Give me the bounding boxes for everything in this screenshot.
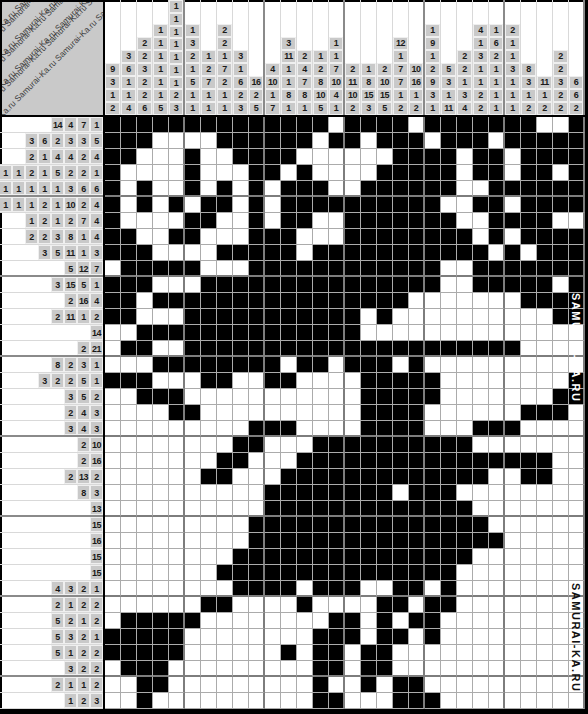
- board-cell[interactable]: [217, 565, 233, 581]
- board-cell[interactable]: [265, 629, 281, 645]
- board-cell[interactable]: [329, 405, 345, 421]
- board-cell[interactable]: [105, 629, 121, 645]
- board-cell[interactable]: [553, 341, 569, 357]
- board-cell[interactable]: [313, 213, 329, 229]
- board-cell[interactable]: [185, 165, 201, 181]
- board-cell[interactable]: [281, 293, 297, 309]
- board-cell[interactable]: [441, 229, 457, 245]
- board-cell[interactable]: [377, 533, 393, 549]
- board-cell[interactable]: [105, 197, 121, 213]
- board-cell[interactable]: [489, 421, 505, 437]
- board-cell[interactable]: [137, 581, 153, 597]
- board-cell[interactable]: [409, 693, 425, 709]
- board-cell[interactable]: [265, 149, 281, 165]
- board-cell[interactable]: [409, 133, 425, 149]
- board-cell[interactable]: [313, 117, 329, 133]
- board-cell[interactable]: [281, 453, 297, 469]
- board-cell[interactable]: [169, 389, 185, 405]
- board-cell[interactable]: [393, 485, 409, 501]
- board-cell[interactable]: [457, 437, 473, 453]
- board-cell[interactable]: [553, 629, 569, 645]
- board-cell[interactable]: [185, 693, 201, 709]
- board-cell[interactable]: [105, 309, 121, 325]
- board-cell[interactable]: [441, 517, 457, 533]
- board-cell[interactable]: [361, 213, 377, 229]
- board-cell[interactable]: [377, 357, 393, 373]
- board-cell[interactable]: [105, 373, 121, 389]
- board-cell[interactable]: [505, 613, 521, 629]
- board-cell[interactable]: [521, 293, 537, 309]
- board-cell[interactable]: [153, 373, 169, 389]
- board-cell[interactable]: [265, 213, 281, 229]
- board-cell[interactable]: [553, 261, 569, 277]
- board-cell[interactable]: [425, 181, 441, 197]
- board-cell[interactable]: [489, 277, 505, 293]
- board-cell[interactable]: [393, 581, 409, 597]
- board-cell[interactable]: [521, 261, 537, 277]
- board-cell[interactable]: [409, 373, 425, 389]
- board-cell[interactable]: [457, 309, 473, 325]
- board-cell[interactable]: [265, 293, 281, 309]
- board-cell[interactable]: [505, 421, 521, 437]
- board-cell[interactable]: [377, 677, 393, 693]
- board-cell[interactable]: [361, 133, 377, 149]
- board-cell[interactable]: [201, 661, 217, 677]
- board-cell[interactable]: [265, 325, 281, 341]
- board-cell[interactable]: [297, 437, 313, 453]
- board-cell[interactable]: [297, 133, 313, 149]
- board-cell[interactable]: [121, 245, 137, 261]
- board-cell[interactable]: [441, 501, 457, 517]
- board-cell[interactable]: [313, 581, 329, 597]
- board-cell[interactable]: [329, 645, 345, 661]
- board-cell[interactable]: [409, 677, 425, 693]
- board-cell[interactable]: [249, 373, 265, 389]
- board-cell[interactable]: [425, 213, 441, 229]
- board-cell[interactable]: [361, 149, 377, 165]
- board-cell[interactable]: [265, 533, 281, 549]
- board-cell[interactable]: [265, 453, 281, 469]
- board-cell[interactable]: [441, 357, 457, 373]
- board-cell[interactable]: [489, 485, 505, 501]
- board-cell[interactable]: [329, 373, 345, 389]
- board-cell[interactable]: [121, 117, 137, 133]
- board-cell[interactable]: [217, 613, 233, 629]
- board-cell[interactable]: [137, 213, 153, 229]
- board-cell[interactable]: [185, 373, 201, 389]
- board-cell[interactable]: [425, 197, 441, 213]
- board-cell[interactable]: [457, 453, 473, 469]
- board-cell[interactable]: [457, 181, 473, 197]
- board-cell[interactable]: [105, 117, 121, 133]
- board-cell[interactable]: [137, 597, 153, 613]
- board-cell[interactable]: [233, 677, 249, 693]
- board-cell[interactable]: [505, 117, 521, 133]
- board-cell[interactable]: [105, 277, 121, 293]
- board-cell[interactable]: [441, 549, 457, 565]
- board-cell[interactable]: [137, 181, 153, 197]
- board-cell[interactable]: [409, 197, 425, 213]
- board-cell[interactable]: [505, 245, 521, 261]
- board-cell[interactable]: [425, 117, 441, 133]
- board-cell[interactable]: [313, 629, 329, 645]
- board-cell[interactable]: [521, 165, 537, 181]
- board-cell[interactable]: [313, 469, 329, 485]
- board-cell[interactable]: [153, 517, 169, 533]
- board-cell[interactable]: [169, 245, 185, 261]
- board-cell[interactable]: [233, 341, 249, 357]
- board-cell[interactable]: [345, 645, 361, 661]
- board-cell[interactable]: [441, 581, 457, 597]
- board-cell[interactable]: [345, 117, 361, 133]
- board-cell[interactable]: [473, 213, 489, 229]
- board-cell[interactable]: [409, 261, 425, 277]
- board-cell[interactable]: [361, 405, 377, 421]
- board-cell[interactable]: [217, 629, 233, 645]
- board-cell[interactable]: [153, 389, 169, 405]
- board-cell[interactable]: [393, 229, 409, 245]
- board-cell[interactable]: [537, 565, 553, 581]
- board-cell[interactable]: [281, 693, 297, 709]
- board-cell[interactable]: [521, 309, 537, 325]
- board-cell[interactable]: [425, 149, 441, 165]
- board-cell[interactable]: [265, 405, 281, 421]
- board-cell[interactable]: [201, 549, 217, 565]
- board-cell[interactable]: [233, 693, 249, 709]
- board-cell[interactable]: [249, 133, 265, 149]
- board-cell[interactable]: [361, 197, 377, 213]
- board-cell[interactable]: [121, 613, 137, 629]
- board-cell[interactable]: [537, 293, 553, 309]
- board-cell[interactable]: [393, 597, 409, 613]
- board-cell[interactable]: [553, 693, 569, 709]
- board-cell[interactable]: [457, 597, 473, 613]
- board-cell[interactable]: [105, 437, 121, 453]
- board-cell[interactable]: [425, 165, 441, 181]
- board-cell[interactable]: [393, 645, 409, 661]
- board-cell[interactable]: [409, 293, 425, 309]
- board-cell[interactable]: [345, 181, 361, 197]
- board-cell[interactable]: [425, 357, 441, 373]
- board-cell[interactable]: [409, 325, 425, 341]
- board-cell[interactable]: [345, 389, 361, 405]
- board-cell[interactable]: [569, 133, 585, 149]
- board-cell[interactable]: [153, 485, 169, 501]
- board-cell[interactable]: [281, 501, 297, 517]
- board-cell[interactable]: [409, 485, 425, 501]
- board-cell[interactable]: [185, 597, 201, 613]
- board-cell[interactable]: [217, 693, 233, 709]
- board-cell[interactable]: [233, 197, 249, 213]
- board-cell[interactable]: [361, 613, 377, 629]
- board-cell[interactable]: [505, 597, 521, 613]
- board-cell[interactable]: [233, 565, 249, 581]
- board-cell[interactable]: [457, 261, 473, 277]
- board-cell[interactable]: [345, 501, 361, 517]
- board-cell[interactable]: [569, 277, 585, 293]
- board-cell[interactable]: [153, 197, 169, 213]
- board-cell[interactable]: [457, 517, 473, 533]
- board-cell[interactable]: [249, 629, 265, 645]
- board-cell[interactable]: [473, 325, 489, 341]
- board-cell[interactable]: [521, 405, 537, 421]
- board-cell[interactable]: [249, 245, 265, 261]
- board-cell[interactable]: [505, 309, 521, 325]
- board-cell[interactable]: [297, 597, 313, 613]
- board-cell[interactable]: [425, 565, 441, 581]
- board-cell[interactable]: [169, 517, 185, 533]
- board-cell[interactable]: [489, 133, 505, 149]
- board-cell[interactable]: [377, 133, 393, 149]
- board-cell[interactable]: [489, 197, 505, 213]
- board-cell[interactable]: [569, 533, 585, 549]
- board-cell[interactable]: [169, 597, 185, 613]
- board-cell[interactable]: [249, 357, 265, 373]
- board-cell[interactable]: [233, 469, 249, 485]
- board-cell[interactable]: [345, 277, 361, 293]
- board-cell[interactable]: [521, 469, 537, 485]
- board-cell[interactable]: [297, 165, 313, 181]
- board-cell[interactable]: [409, 309, 425, 325]
- board-cell[interactable]: [121, 309, 137, 325]
- board-cell[interactable]: [457, 661, 473, 677]
- board-cell[interactable]: [393, 341, 409, 357]
- board-cell[interactable]: [441, 469, 457, 485]
- board-cell[interactable]: [537, 373, 553, 389]
- board-cell[interactable]: [105, 133, 121, 149]
- board-cell[interactable]: [441, 325, 457, 341]
- board-cell[interactable]: [233, 517, 249, 533]
- board-cell[interactable]: [313, 613, 329, 629]
- board-cell[interactable]: [473, 373, 489, 389]
- board-cell[interactable]: [553, 373, 569, 389]
- board-cell[interactable]: [265, 133, 281, 149]
- board-cell[interactable]: [265, 421, 281, 437]
- board-cell[interactable]: [137, 469, 153, 485]
- board-cell[interactable]: [553, 597, 569, 613]
- board-cell[interactable]: [425, 693, 441, 709]
- board-cell[interactable]: [265, 261, 281, 277]
- board-cell[interactable]: [137, 501, 153, 517]
- board-cell[interactable]: [105, 469, 121, 485]
- board-cell[interactable]: [425, 245, 441, 261]
- board-cell[interactable]: [553, 613, 569, 629]
- board-cell[interactable]: [345, 661, 361, 677]
- board-cell[interactable]: [105, 341, 121, 357]
- board-cell[interactable]: [505, 197, 521, 213]
- board-cell[interactable]: [153, 117, 169, 133]
- board-cell[interactable]: [553, 357, 569, 373]
- board-cell[interactable]: [521, 181, 537, 197]
- board-cell[interactable]: [169, 149, 185, 165]
- board-cell[interactable]: [457, 133, 473, 149]
- board-cell[interactable]: [137, 277, 153, 293]
- board-cell[interactable]: [201, 485, 217, 501]
- board-cell[interactable]: [153, 453, 169, 469]
- board-cell[interactable]: [297, 629, 313, 645]
- board-cell[interactable]: [489, 261, 505, 277]
- board-cell[interactable]: [265, 437, 281, 453]
- board-cell[interactable]: [281, 325, 297, 341]
- board-cell[interactable]: [569, 245, 585, 261]
- board-cell[interactable]: [441, 181, 457, 197]
- board-cell[interactable]: [153, 325, 169, 341]
- board-cell[interactable]: [313, 325, 329, 341]
- board-cell[interactable]: [377, 245, 393, 261]
- board-cell[interactable]: [201, 261, 217, 277]
- board-cell[interactable]: [153, 565, 169, 581]
- board-cell[interactable]: [377, 597, 393, 613]
- board-cell[interactable]: [393, 181, 409, 197]
- board-cell[interactable]: [377, 197, 393, 213]
- board-cell[interactable]: [537, 597, 553, 613]
- board-cell[interactable]: [313, 261, 329, 277]
- board-cell[interactable]: [457, 485, 473, 501]
- board-cell[interactable]: [297, 661, 313, 677]
- board-cell[interactable]: [489, 533, 505, 549]
- board-cell[interactable]: [297, 693, 313, 709]
- board-cell[interactable]: [313, 309, 329, 325]
- board-cell[interactable]: [473, 501, 489, 517]
- board-cell[interactable]: [105, 325, 121, 341]
- board-cell[interactable]: [169, 469, 185, 485]
- board-cell[interactable]: [409, 245, 425, 261]
- board-cell[interactable]: [473, 229, 489, 245]
- board-cell[interactable]: [105, 485, 121, 501]
- board-cell[interactable]: [265, 485, 281, 501]
- board-cell[interactable]: [537, 421, 553, 437]
- board-cell[interactable]: [441, 149, 457, 165]
- board-cell[interactable]: [297, 213, 313, 229]
- board-cell[interactable]: [137, 245, 153, 261]
- board-cell[interactable]: [489, 341, 505, 357]
- board-cell[interactable]: [297, 581, 313, 597]
- board-cell[interactable]: [281, 277, 297, 293]
- board-cell[interactable]: [409, 421, 425, 437]
- board-cell[interactable]: [473, 357, 489, 373]
- board-cell[interactable]: [553, 277, 569, 293]
- board-cell[interactable]: [569, 117, 585, 133]
- board-cell[interactable]: [217, 277, 233, 293]
- board-cell[interactable]: [521, 581, 537, 597]
- board-cell[interactable]: [489, 613, 505, 629]
- board-cell[interactable]: [409, 389, 425, 405]
- board-cell[interactable]: [297, 405, 313, 421]
- board-cell[interactable]: [409, 229, 425, 245]
- board-cell[interactable]: [553, 229, 569, 245]
- board-cell[interactable]: [249, 181, 265, 197]
- board-cell[interactable]: [105, 549, 121, 565]
- board-cell[interactable]: [489, 549, 505, 565]
- board-cell[interactable]: [521, 117, 537, 133]
- board-cell[interactable]: [329, 277, 345, 293]
- board-cell[interactable]: [441, 245, 457, 261]
- board-cell[interactable]: [185, 197, 201, 213]
- board-cell[interactable]: [473, 629, 489, 645]
- board-cell[interactable]: [361, 629, 377, 645]
- board-cell[interactable]: [553, 181, 569, 197]
- board-cell[interactable]: [313, 453, 329, 469]
- board-cell[interactable]: [169, 421, 185, 437]
- board-cell[interactable]: [441, 421, 457, 437]
- board-cell[interactable]: [121, 485, 137, 501]
- board-cell[interactable]: [505, 357, 521, 373]
- board-cell[interactable]: [249, 693, 265, 709]
- board-cell[interactable]: [457, 501, 473, 517]
- board-cell[interactable]: [345, 373, 361, 389]
- board-cell[interactable]: [425, 389, 441, 405]
- board-cell[interactable]: [473, 389, 489, 405]
- board-cell[interactable]: [137, 261, 153, 277]
- board-cell[interactable]: [137, 197, 153, 213]
- board-cell[interactable]: [281, 309, 297, 325]
- board-cell[interactable]: [313, 437, 329, 453]
- board-cell[interactable]: [345, 405, 361, 421]
- board-cell[interactable]: [377, 661, 393, 677]
- board-cell[interactable]: [297, 277, 313, 293]
- board-cell[interactable]: [505, 629, 521, 645]
- board-cell[interactable]: [409, 469, 425, 485]
- board-cell[interactable]: [553, 133, 569, 149]
- board-cell[interactable]: [409, 213, 425, 229]
- board-cell[interactable]: [185, 645, 201, 661]
- board-cell[interactable]: [313, 229, 329, 245]
- board-cell[interactable]: [153, 277, 169, 293]
- board-cell[interactable]: [185, 133, 201, 149]
- board-cell[interactable]: [569, 501, 585, 517]
- board-cell[interactable]: [361, 165, 377, 181]
- board-cell[interactable]: [281, 517, 297, 533]
- board-cell[interactable]: [265, 341, 281, 357]
- board-cell[interactable]: [185, 357, 201, 373]
- board-cell[interactable]: [265, 309, 281, 325]
- board-cell[interactable]: [297, 341, 313, 357]
- board-cell[interactable]: [537, 229, 553, 245]
- board-cell[interactable]: [457, 341, 473, 357]
- board-cell[interactable]: [281, 645, 297, 661]
- board-cell[interactable]: [569, 213, 585, 229]
- board-cell[interactable]: [377, 293, 393, 309]
- board-cell[interactable]: [169, 373, 185, 389]
- board-cell[interactable]: [409, 501, 425, 517]
- board-cell[interactable]: [105, 597, 121, 613]
- board-cell[interactable]: [361, 517, 377, 533]
- board-cell[interactable]: [121, 149, 137, 165]
- board-cell[interactable]: [553, 453, 569, 469]
- board-cell[interactable]: [105, 677, 121, 693]
- board-cell[interactable]: [361, 357, 377, 373]
- board-cell[interactable]: [169, 453, 185, 469]
- board-cell[interactable]: [345, 533, 361, 549]
- board-cell[interactable]: [137, 293, 153, 309]
- board-cell[interactable]: [441, 165, 457, 181]
- board-cell[interactable]: [281, 181, 297, 197]
- board-cell[interactable]: [297, 389, 313, 405]
- board-cell[interactable]: [457, 405, 473, 421]
- board-cell[interactable]: [153, 133, 169, 149]
- board-cell[interactable]: [569, 469, 585, 485]
- board-cell[interactable]: [329, 245, 345, 261]
- board-cell[interactable]: [345, 581, 361, 597]
- board-cell[interactable]: [217, 357, 233, 373]
- board-cell[interactable]: [537, 581, 553, 597]
- board-cell[interactable]: [265, 165, 281, 181]
- board-cell[interactable]: [361, 229, 377, 245]
- board-cell[interactable]: [505, 149, 521, 165]
- board-cell[interactable]: [393, 565, 409, 581]
- board-cell[interactable]: [393, 677, 409, 693]
- board-cell[interactable]: [169, 549, 185, 565]
